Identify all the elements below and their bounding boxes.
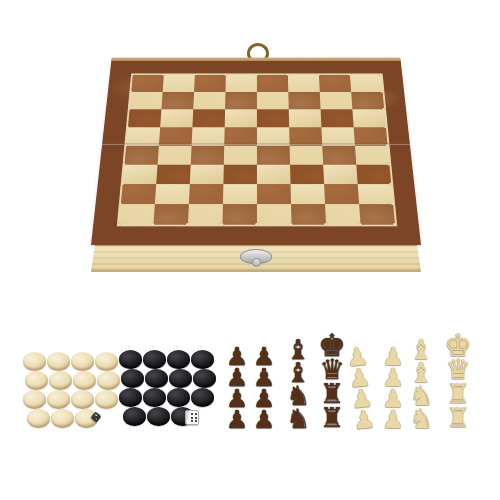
checker-row	[23, 352, 121, 371]
board-square	[192, 109, 225, 127]
board-square	[350, 75, 383, 92]
checker-light	[23, 352, 46, 371]
stud-icon	[383, 125, 386, 127]
light-chess-piece-column: ♝♝♞♞	[406, 338, 436, 430]
board-square	[352, 109, 386, 127]
chess-piece-dark-r: ♜	[320, 406, 344, 430]
board-square	[359, 204, 395, 225]
board-square	[291, 184, 326, 204]
board-square	[325, 204, 361, 225]
checker-row	[23, 390, 121, 409]
dark-checkers-group	[119, 350, 217, 426]
board-square	[319, 75, 351, 92]
board-square	[194, 75, 226, 92]
checker-light	[23, 390, 46, 409]
board-square	[155, 184, 190, 204]
stud-icon	[126, 125, 129, 127]
board-square	[288, 75, 320, 92]
board-square	[225, 92, 257, 109]
checker-light	[25, 371, 48, 390]
board-square	[160, 109, 193, 127]
die-pip	[195, 417, 197, 419]
checker-dark	[167, 388, 190, 407]
board-square	[289, 109, 322, 127]
stud-icon	[224, 73, 227, 75]
dark-chess-piece-column: ♟♟♟♟	[222, 346, 252, 430]
die-pip	[195, 420, 197, 422]
board-square	[225, 109, 257, 127]
stud-icon	[185, 223, 188, 225]
stud-icon	[124, 144, 127, 146]
checker-light	[47, 390, 70, 409]
light-chess-piece-column: ♟♟♟♟	[378, 346, 408, 430]
board-square	[257, 146, 290, 165]
board-square	[153, 204, 188, 225]
board-square	[121, 184, 156, 204]
stud-icon	[392, 223, 395, 225]
board-square	[225, 75, 256, 92]
board-top-edge	[111, 58, 400, 61]
board-square	[257, 109, 289, 127]
stud-icon	[129, 90, 132, 92]
board-square	[290, 146, 324, 165]
checker-dark	[121, 369, 144, 388]
board-front-edge	[91, 245, 421, 272]
board-square	[356, 165, 391, 184]
stud-icon	[118, 202, 121, 204]
fold-seam	[102, 144, 410, 145]
checker-dark	[167, 350, 190, 369]
checker-row	[119, 350, 217, 369]
board-square	[191, 146, 225, 165]
board-square	[119, 204, 155, 225]
board-square	[131, 75, 164, 92]
board-square	[322, 146, 356, 165]
chess-piece-dark-p: ♟	[253, 409, 275, 430]
checker-row	[119, 388, 217, 407]
checker-light	[49, 371, 72, 390]
board-square	[156, 165, 190, 184]
white-die	[185, 410, 199, 425]
chess-piece-dark-n: ♞	[286, 407, 310, 430]
checker-light	[97, 371, 120, 390]
light-chess-piece-column: ♟♟♟♟	[341, 345, 380, 432]
chessboard	[91, 58, 421, 245]
clasp-knob-icon	[252, 258, 261, 267]
stud-icon	[387, 163, 390, 165]
die-pip	[191, 420, 193, 422]
checker-row	[25, 371, 121, 390]
checker-dark	[119, 350, 142, 369]
board-square	[257, 75, 288, 92]
chess-piece-light-p: ♟	[352, 408, 376, 431]
product-photo: ♟♟♟♟♟♟♟♟♝♝♞♞♚♛♜♜ ♟♟♟♟♟♟♟♟♝♝♞♞♚♛♜♜	[0, 0, 500, 500]
die-pip	[191, 417, 193, 419]
chess-piece-dark-p: ♟	[226, 409, 248, 430]
checker-light	[95, 390, 118, 409]
board-square	[190, 165, 224, 184]
stud-icon	[151, 223, 154, 225]
checker-light	[71, 352, 94, 371]
board-square	[320, 92, 353, 109]
board-square	[355, 146, 389, 165]
checker-dark	[143, 388, 166, 407]
board-square	[224, 146, 257, 165]
board-square	[188, 204, 223, 225]
board-square	[324, 184, 359, 204]
checker-light	[27, 409, 50, 428]
clasp-icon	[240, 249, 272, 264]
checker-row	[123, 407, 217, 426]
stud-icon	[193, 73, 196, 75]
board-square	[288, 92, 320, 109]
stud-icon	[120, 182, 123, 184]
die-pip	[191, 413, 193, 415]
board-square	[123, 165, 158, 184]
board-square	[189, 184, 223, 204]
chess-piece-light-p: ♟	[382, 409, 404, 430]
stud-icon	[116, 223, 119, 225]
checker-dark	[193, 369, 216, 388]
board-square	[291, 204, 326, 225]
stud-icon	[382, 108, 385, 110]
stud-icon	[348, 73, 351, 75]
board-square	[222, 204, 257, 225]
stud-icon	[317, 73, 320, 75]
checker-dark	[145, 369, 168, 388]
checker-dark	[143, 350, 166, 369]
chess-piece-light-r: ♜	[446, 406, 470, 430]
checker-dark	[123, 407, 146, 426]
board-square	[223, 184, 257, 204]
board-square	[257, 165, 291, 184]
board-square	[163, 75, 195, 92]
chess-piece-light-n: ♞	[409, 407, 433, 430]
board-square	[161, 92, 194, 109]
board-grid	[117, 73, 397, 226]
stud-icon	[289, 223, 292, 225]
stud-icon	[379, 73, 382, 75]
board-square	[358, 184, 393, 204]
checker-dark	[147, 407, 170, 426]
board-square	[257, 204, 292, 225]
stud-icon	[391, 202, 394, 204]
stud-icon	[127, 108, 130, 110]
stud-icon	[286, 73, 289, 75]
stud-icon	[380, 90, 383, 92]
board-square	[321, 109, 354, 127]
stud-icon	[323, 223, 326, 225]
checker-light	[51, 409, 74, 428]
stud-icon	[358, 223, 361, 225]
dark-chess-piece-column: ♚♛♜♜	[317, 332, 347, 430]
checker-dark	[119, 388, 142, 407]
board-square	[257, 184, 291, 204]
checker-light	[71, 390, 94, 409]
stud-icon	[255, 223, 258, 225]
board-square	[158, 146, 192, 165]
checker-light	[95, 352, 118, 371]
checker-dark	[169, 369, 192, 388]
checker-dark	[191, 388, 214, 407]
dark-chess-piece-column: ♝♝♞♞	[283, 338, 313, 430]
board-square	[130, 92, 163, 109]
board-square	[128, 109, 161, 127]
dark-chess-piece-column: ♟♟♟♟	[249, 346, 279, 430]
stud-icon	[220, 223, 223, 225]
checker-row	[121, 369, 217, 388]
board-square	[257, 92, 289, 109]
board-square	[323, 165, 358, 184]
die-pip	[195, 413, 197, 415]
light-checkers-group	[23, 352, 121, 428]
stud-icon	[162, 73, 165, 75]
board-square	[290, 165, 324, 184]
board-square	[193, 92, 225, 109]
board-square	[124, 146, 158, 165]
board-square	[223, 165, 257, 184]
stud-icon	[131, 73, 134, 75]
stud-icon	[122, 163, 125, 165]
checker-light	[73, 371, 96, 390]
light-chess-piece-column: ♚♛♜♜	[443, 332, 473, 430]
board-square	[351, 92, 384, 109]
stud-icon	[389, 182, 392, 184]
checker-dark	[191, 350, 214, 369]
checker-row	[27, 409, 121, 428]
checker-light	[47, 352, 70, 371]
stud-icon	[255, 73, 258, 75]
stud-icon	[385, 144, 388, 146]
